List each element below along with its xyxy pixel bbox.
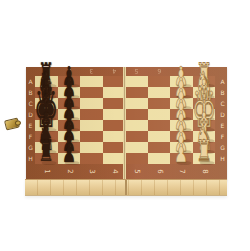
file-label-f: F [26,131,35,142]
chess-board: 12345678 ABCDEFGH ABCDEFGH 12345678 [26,67,227,181]
board-square-g7 [170,142,193,153]
board-square-b7 [170,87,193,98]
rank-label-top-5: 5 [125,67,148,76]
board-square-a6 [148,76,171,87]
board-square-c2 [58,98,81,109]
board-square-d5 [125,109,148,120]
board-square-b5 [125,87,148,98]
rank-label-top-6: 6 [148,67,171,76]
board-square-a2 [58,76,81,87]
board-square-f4 [103,131,126,142]
product-photo: 12345678 ABCDEFGH ABCDEFGH 12345678 ♜♞♝♛… [0,0,250,251]
board-square-f1 [35,131,58,142]
file-label-a: A [26,76,35,87]
board-square-d4 [103,109,126,120]
board-square-h1 [35,153,58,164]
board-square-c4 [103,98,126,109]
board-square-a1 [35,76,58,87]
board-square-d2 [58,109,81,120]
brass-clasp [4,117,20,130]
rank-label-top-1: 1 [35,67,58,76]
board-square-g2 [58,142,81,153]
file-label-c: C [26,98,35,109]
board-square-h6 [148,153,171,164]
board-square-h2 [58,153,81,164]
board-square-c7 [170,98,193,109]
board-square-a8 [193,76,216,87]
board-square-e5 [125,120,148,131]
file-label-g: G [26,142,35,153]
board-square-d3 [80,109,103,120]
file-label-right-h: H [218,153,227,164]
file-label-h: H [26,153,35,164]
board-square-g1 [35,142,58,153]
board-square-f2 [58,131,81,142]
board-square-h5 [125,153,148,164]
board-square-e3 [80,120,103,131]
board-square-e1 [35,120,58,131]
box-front-edge [25,179,227,196]
board-square-f6 [148,131,171,142]
rank-label-top-8: 8 [193,67,216,76]
board-square-c5 [125,98,148,109]
board-square-f8 [193,131,216,142]
fold-seam [123,67,126,179]
rank-label-top-3: 3 [80,67,103,76]
file-label-d: D [26,109,35,120]
file-label-right-f: F [218,131,227,142]
board-square-e2 [58,120,81,131]
rank-label-top-7: 7 [170,67,193,76]
board-square-e6 [148,120,171,131]
board-square-b6 [148,87,171,98]
file-label-right-e: E [218,120,227,131]
board-square-g5 [125,142,148,153]
board-square-a3 [80,76,103,87]
box-front-seam [125,180,127,195]
board-square-f5 [125,131,148,142]
board-square-b2 [58,87,81,98]
board-square-e4 [103,120,126,131]
file-label-right-c: C [218,98,227,109]
board-square-f7 [170,131,193,142]
board-square-h4 [103,153,126,164]
board-square-h7 [170,153,193,164]
file-labels-left: ABCDEFGH [26,76,35,164]
board-square-a4 [103,76,126,87]
board-square-g3 [80,142,103,153]
file-labels-right: ABCDEFGH [218,76,227,164]
file-label-right-d: D [218,109,227,120]
file-label-e: E [26,120,35,131]
board-square-a7 [170,76,193,87]
board-square-c8 [193,98,216,109]
board-square-b4 [103,87,126,98]
board-square-f3 [80,131,103,142]
board-square-g8 [193,142,216,153]
board-square-a5 [125,76,148,87]
board-square-h8 [193,153,216,164]
file-label-right-b: B [218,87,227,98]
board-square-b3 [80,87,103,98]
board-square-d7 [170,109,193,120]
board-square-g4 [103,142,126,153]
board-square-c3 [80,98,103,109]
board-square-b1 [35,87,58,98]
rank-label-top-2: 2 [58,67,81,76]
board-square-e8 [193,120,216,131]
board-square-c6 [148,98,171,109]
board-square-b8 [193,87,216,98]
file-label-b: B [26,87,35,98]
board-square-d8 [193,109,216,120]
file-label-right-g: G [218,142,227,153]
board-square-d1 [35,109,58,120]
board-square-e7 [170,120,193,131]
board-square-c1 [35,98,58,109]
board-square-h3 [80,153,103,164]
file-label-right-a: A [218,76,227,87]
rank-label-top-4: 4 [103,67,126,76]
chess-set-scene: 12345678 ABCDEFGH ABCDEFGH 12345678 ♜♞♝♛… [0,0,250,251]
board-square-d6 [148,109,171,120]
board-square-g6 [148,142,171,153]
